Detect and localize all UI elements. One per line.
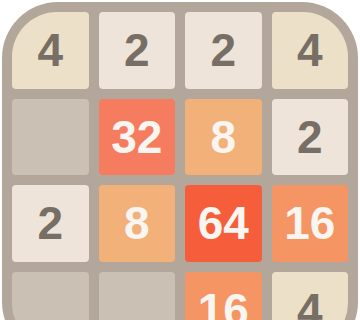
empty-cell [99,272,176,320]
tile-2: 2 [272,99,349,176]
tile-32: 32 [99,99,176,176]
tile-8: 8 [185,99,262,176]
board-2048[interactable]: 42243282286416164 [2,2,358,320]
tile-4: 4 [272,12,349,89]
empty-cell [12,272,89,320]
grid: 42243282286416164 [2,2,358,320]
tile-16: 16 [272,185,349,262]
tile-8: 8 [99,185,176,262]
empty-cell [12,99,89,176]
tile-4: 4 [272,272,349,320]
tile-2: 2 [12,185,89,262]
tile-2: 2 [99,12,176,89]
tile-2: 2 [185,12,262,89]
tile-16: 16 [185,272,262,320]
tile-64: 64 [185,185,262,262]
tile-4: 4 [12,12,89,89]
